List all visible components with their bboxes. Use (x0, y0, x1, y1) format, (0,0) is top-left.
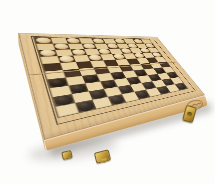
board-square[interactable] (34, 37, 52, 43)
squares-grid (34, 37, 187, 117)
checker-light[interactable] (53, 43, 69, 49)
playing-area-wrap (34, 37, 187, 117)
checker-light[interactable] (71, 49, 86, 55)
product-photo-stage (0, 0, 215, 184)
checker-light[interactable] (38, 50, 56, 56)
checker-light[interactable] (35, 37, 52, 43)
brass-clasp-front[interactable] (94, 149, 111, 163)
checker-light[interactable] (66, 38, 81, 43)
checker-dark[interactable] (75, 100, 94, 112)
